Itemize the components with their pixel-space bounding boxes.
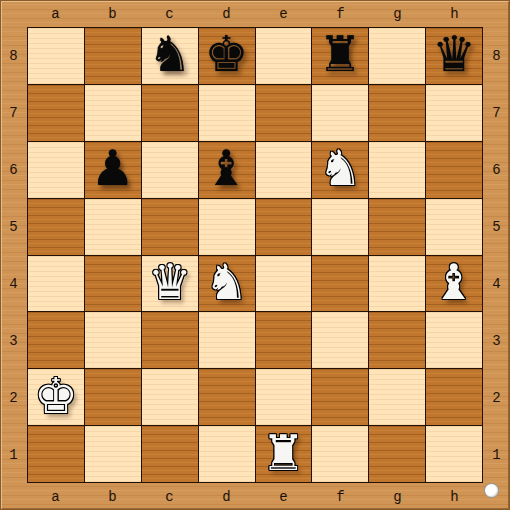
file-labels-bottom: abcdefgh <box>27 483 483 510</box>
file-label-f: f <box>312 483 369 510</box>
square-h8[interactable]: ♛ <box>426 28 482 84</box>
rank-label-7: 7 <box>0 84 27 141</box>
file-label-h: h <box>426 0 483 27</box>
square-d5[interactable] <box>199 199 255 255</box>
file-label-h: h <box>426 483 483 510</box>
black-rook[interactable]: ♜ <box>318 30 362 79</box>
square-d2[interactable] <box>199 369 255 425</box>
file-label-e: e <box>255 0 312 27</box>
file-label-g: g <box>369 0 426 27</box>
square-g4[interactable] <box>369 256 425 312</box>
square-d3[interactable] <box>199 312 255 368</box>
square-c5[interactable] <box>142 199 198 255</box>
square-f6[interactable]: ♞ <box>312 142 368 198</box>
rank-label-8: 8 <box>0 27 27 84</box>
square-b1[interactable] <box>85 426 141 482</box>
file-label-f: f <box>312 0 369 27</box>
square-b8[interactable] <box>85 28 141 84</box>
white-knight[interactable]: ♞ <box>205 258 249 307</box>
square-a6[interactable] <box>28 142 84 198</box>
white-to-move-indicator <box>484 483 499 498</box>
file-label-a: a <box>27 483 84 510</box>
square-b3[interactable] <box>85 312 141 368</box>
square-f2[interactable] <box>312 369 368 425</box>
square-b7[interactable] <box>85 85 141 141</box>
square-c1[interactable] <box>142 426 198 482</box>
square-f8[interactable]: ♜ <box>312 28 368 84</box>
square-e8[interactable] <box>256 28 312 84</box>
square-a1[interactable] <box>28 426 84 482</box>
square-b6[interactable]: ♟ <box>85 142 141 198</box>
rank-label-5: 5 <box>0 198 27 255</box>
square-e6[interactable] <box>256 142 312 198</box>
square-c2[interactable] <box>142 369 198 425</box>
rank-label-2: 2 <box>0 369 27 426</box>
square-h3[interactable] <box>426 312 482 368</box>
square-g5[interactable] <box>369 199 425 255</box>
square-h7[interactable] <box>426 85 482 141</box>
square-f3[interactable] <box>312 312 368 368</box>
square-d8[interactable]: ♚ <box>199 28 255 84</box>
file-label-g: g <box>369 483 426 510</box>
file-labels-top: abcdefgh <box>27 0 483 27</box>
square-g7[interactable] <box>369 85 425 141</box>
square-e7[interactable] <box>256 85 312 141</box>
white-rook[interactable]: ♜ <box>261 429 305 478</box>
chessboard-window: abcdefgh abcdefgh 87654321 87654321 ♞♚♜♛… <box>0 0 510 510</box>
square-f5[interactable] <box>312 199 368 255</box>
square-a4[interactable] <box>28 256 84 312</box>
rank-label-6: 6 <box>0 141 27 198</box>
square-g8[interactable] <box>369 28 425 84</box>
square-e2[interactable] <box>256 369 312 425</box>
square-h4[interactable]: ♝ <box>426 256 482 312</box>
square-h2[interactable] <box>426 369 482 425</box>
square-a3[interactable] <box>28 312 84 368</box>
rank-label-4: 4 <box>483 255 510 312</box>
square-a2[interactable]: ♚ <box>28 369 84 425</box>
rank-label-4: 4 <box>0 255 27 312</box>
square-d1[interactable] <box>199 426 255 482</box>
square-c6[interactable] <box>142 142 198 198</box>
square-b4[interactable] <box>85 256 141 312</box>
black-queen[interactable]: ♛ <box>432 30 476 79</box>
rank-label-1: 1 <box>483 426 510 483</box>
black-bishop[interactable]: ♝ <box>205 144 249 193</box>
file-label-d: d <box>198 0 255 27</box>
square-g3[interactable] <box>369 312 425 368</box>
square-f1[interactable] <box>312 426 368 482</box>
white-bishop[interactable]: ♝ <box>432 258 476 307</box>
rank-label-1: 1 <box>0 426 27 483</box>
square-d7[interactable] <box>199 85 255 141</box>
square-e3[interactable] <box>256 312 312 368</box>
black-pawn[interactable]: ♟ <box>91 144 135 193</box>
square-e4[interactable] <box>256 256 312 312</box>
white-knight[interactable]: ♞ <box>318 144 362 193</box>
square-c7[interactable] <box>142 85 198 141</box>
square-b2[interactable] <box>85 369 141 425</box>
square-d4[interactable]: ♞ <box>199 256 255 312</box>
square-e5[interactable] <box>256 199 312 255</box>
white-queen[interactable]: ♛ <box>148 258 192 307</box>
rank-label-8: 8 <box>483 27 510 84</box>
file-label-d: d <box>198 483 255 510</box>
square-b5[interactable] <box>85 199 141 255</box>
rank-label-3: 3 <box>0 312 27 369</box>
rank-label-5: 5 <box>483 198 510 255</box>
square-h5[interactable] <box>426 199 482 255</box>
file-label-c: c <box>141 0 198 27</box>
square-e1[interactable]: ♜ <box>256 426 312 482</box>
square-f4[interactable] <box>312 256 368 312</box>
square-h6[interactable] <box>426 142 482 198</box>
square-c4[interactable]: ♛ <box>142 256 198 312</box>
square-f7[interactable] <box>312 85 368 141</box>
square-c8[interactable]: ♞ <box>142 28 198 84</box>
rank-label-3: 3 <box>483 312 510 369</box>
square-g2[interactable] <box>369 369 425 425</box>
square-a5[interactable] <box>28 199 84 255</box>
black-knight[interactable]: ♞ <box>148 30 192 79</box>
file-label-b: b <box>84 483 141 510</box>
square-g6[interactable] <box>369 142 425 198</box>
chess-board: ♞♚♜♛♟♝♞♛♞♝♚♜ <box>27 27 483 483</box>
square-g1[interactable] <box>369 426 425 482</box>
rank-label-2: 2 <box>483 369 510 426</box>
square-d6[interactable]: ♝ <box>199 142 255 198</box>
square-h1[interactable] <box>426 426 482 482</box>
file-label-e: e <box>255 483 312 510</box>
square-c3[interactable] <box>142 312 198 368</box>
rank-label-6: 6 <box>483 141 510 198</box>
file-label-b: b <box>84 0 141 27</box>
file-label-c: c <box>141 483 198 510</box>
rank-labels-left: 87654321 <box>0 27 27 483</box>
black-king[interactable]: ♚ <box>205 30 249 79</box>
rank-labels-right: 87654321 <box>483 27 510 483</box>
square-a8[interactable] <box>28 28 84 84</box>
square-a7[interactable] <box>28 85 84 141</box>
white-king[interactable]: ♚ <box>34 372 78 421</box>
rank-label-7: 7 <box>483 84 510 141</box>
file-label-a: a <box>27 0 84 27</box>
